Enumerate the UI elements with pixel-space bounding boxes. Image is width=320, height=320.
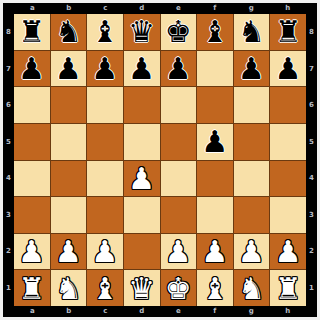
square-f7[interactable]: [197, 51, 233, 87]
square-f1[interactable]: ♝: [197, 270, 233, 306]
square-h6[interactable]: [270, 87, 306, 123]
rank-label-8: 8: [3, 14, 14, 51]
white-king-e1[interactable]: ♚: [165, 271, 192, 306]
square-d3[interactable]: [124, 197, 160, 233]
white-knight-b1[interactable]: ♞: [55, 271, 82, 306]
black-king-e8[interactable]: ♚: [165, 14, 192, 49]
file-label-e: e: [160, 3, 197, 14]
square-d7[interactable]: ♟: [124, 51, 160, 87]
square-f3[interactable]: [197, 197, 233, 233]
file-label-b: b: [51, 3, 88, 14]
white-pawn-e2[interactable]: ♟: [165, 234, 192, 269]
square-g5[interactable]: [234, 124, 270, 160]
white-bishop-f1[interactable]: ♝: [201, 271, 228, 306]
black-pawn-b7[interactable]: ♟: [55, 51, 82, 86]
square-f6[interactable]: [197, 87, 233, 123]
square-e4[interactable]: [161, 161, 197, 197]
rank-label-3: 3: [306, 197, 317, 234]
square-e8[interactable]: ♚: [161, 14, 197, 50]
page: abcdefgh abcdefgh 87654321 87654321 ♜♞♝♛…: [0, 0, 320, 320]
white-rook-a1[interactable]: ♜: [18, 271, 45, 306]
square-c4[interactable]: [87, 161, 123, 197]
square-g6[interactable]: [234, 87, 270, 123]
square-a2[interactable]: ♟: [14, 234, 50, 270]
rank-label-1: 1: [306, 270, 317, 307]
file-label-g: g: [233, 3, 270, 14]
square-d8[interactable]: ♛: [124, 14, 160, 50]
square-d4[interactable]: ♟: [124, 161, 160, 197]
square-b6[interactable]: [51, 87, 87, 123]
file-label-a: a: [14, 306, 51, 317]
file-labels-top: abcdefgh: [14, 3, 306, 14]
rank-label-8: 8: [306, 14, 317, 51]
black-pawn-a7[interactable]: ♟: [18, 51, 45, 86]
black-knight-g8[interactable]: ♞: [238, 14, 265, 49]
rank-label-5: 5: [306, 124, 317, 161]
square-b8[interactable]: ♞: [51, 14, 87, 50]
file-label-b: b: [51, 306, 88, 317]
square-h3[interactable]: [270, 197, 306, 233]
file-label-h: h: [270, 306, 307, 317]
file-label-f: f: [197, 306, 234, 317]
square-g2[interactable]: ♟: [234, 234, 270, 270]
square-f2[interactable]: ♟: [197, 234, 233, 270]
square-e7[interactable]: ♟: [161, 51, 197, 87]
square-h2[interactable]: ♟: [270, 234, 306, 270]
square-h4[interactable]: [270, 161, 306, 197]
white-pawn-h2[interactable]: ♟: [275, 234, 302, 269]
rank-label-7: 7: [3, 51, 14, 88]
square-d1[interactable]: ♛: [124, 270, 160, 306]
file-label-d: d: [124, 306, 161, 317]
square-e2[interactable]: ♟: [161, 234, 197, 270]
white-queen-d1[interactable]: ♛: [128, 271, 155, 306]
black-pawn-c7[interactable]: ♟: [92, 51, 119, 86]
file-label-d: d: [124, 3, 161, 14]
rank-label-6: 6: [306, 87, 317, 124]
rank-label-4: 4: [306, 160, 317, 197]
square-a8[interactable]: ♜: [14, 14, 50, 50]
square-g1[interactable]: ♞: [234, 270, 270, 306]
square-b2[interactable]: ♟: [51, 234, 87, 270]
black-pawn-g7[interactable]: ♟: [238, 51, 265, 86]
square-c5[interactable]: [87, 124, 123, 160]
chessboard-frame: abcdefgh abcdefgh 87654321 87654321 ♜♞♝♛…: [3, 3, 317, 317]
rank-label-2: 2: [306, 233, 317, 270]
file-label-f: f: [197, 3, 234, 14]
square-a1[interactable]: ♜: [14, 270, 50, 306]
square-a7[interactable]: ♟: [14, 51, 50, 87]
rank-label-6: 6: [3, 87, 14, 124]
square-a6[interactable]: [14, 87, 50, 123]
square-d6[interactable]: [124, 87, 160, 123]
file-labels-bottom: abcdefgh: [14, 306, 306, 317]
rank-label-5: 5: [3, 124, 14, 161]
square-c1[interactable]: ♝: [87, 270, 123, 306]
white-pawn-a2[interactable]: ♟: [18, 234, 45, 269]
square-c2[interactable]: ♟: [87, 234, 123, 270]
square-f5[interactable]: ♟: [197, 124, 233, 160]
rank-labels-right: 87654321: [306, 14, 317, 306]
rank-label-3: 3: [3, 197, 14, 234]
black-pawn-e7[interactable]: ♟: [165, 51, 192, 86]
file-label-e: e: [160, 306, 197, 317]
square-f4[interactable]: [197, 161, 233, 197]
rank-label-1: 1: [3, 270, 14, 307]
square-h1[interactable]: ♜: [270, 270, 306, 306]
square-c8[interactable]: ♝: [87, 14, 123, 50]
rank-labels-left: 87654321: [3, 14, 14, 306]
black-rook-a8[interactable]: ♜: [18, 14, 45, 49]
square-b4[interactable]: [51, 161, 87, 197]
square-d5[interactable]: [124, 124, 160, 160]
white-pawn-d4[interactable]: ♟: [128, 161, 155, 196]
square-a5[interactable]: [14, 124, 50, 160]
white-pawn-f2[interactable]: ♟: [201, 234, 228, 269]
file-label-h: h: [270, 3, 307, 14]
white-knight-g1[interactable]: ♞: [238, 271, 265, 306]
black-pawn-d7[interactable]: ♟: [128, 51, 155, 86]
black-bishop-f8[interactable]: ♝: [201, 14, 228, 49]
square-h5[interactable]: [270, 124, 306, 160]
square-g7[interactable]: ♟: [234, 51, 270, 87]
square-b7[interactable]: ♟: [51, 51, 87, 87]
square-f8[interactable]: ♝: [197, 14, 233, 50]
file-label-c: c: [87, 306, 124, 317]
square-h7[interactable]: ♟: [270, 51, 306, 87]
black-pawn-f5[interactable]: ♟: [201, 124, 228, 159]
square-a4[interactable]: [14, 161, 50, 197]
white-bishop-c1[interactable]: ♝: [92, 271, 119, 306]
black-bishop-c8[interactable]: ♝: [92, 14, 119, 49]
square-c3[interactable]: [87, 197, 123, 233]
square-a3[interactable]: [14, 197, 50, 233]
rank-label-7: 7: [306, 51, 317, 88]
square-e5[interactable]: [161, 124, 197, 160]
square-d2[interactable]: [124, 234, 160, 270]
square-g8[interactable]: ♞: [234, 14, 270, 50]
board: ♜♞♝♛♚♝♞♜♟♟♟♟♟♟♟♟♟♟♟♟♟♟♟♟♜♞♝♛♚♝♞♜: [14, 14, 306, 306]
file-label-c: c: [87, 3, 124, 14]
square-g3[interactable]: [234, 197, 270, 233]
file-label-a: a: [14, 3, 51, 14]
square-b5[interactable]: [51, 124, 87, 160]
square-e6[interactable]: [161, 87, 197, 123]
square-b3[interactable]: [51, 197, 87, 233]
square-e3[interactable]: [161, 197, 197, 233]
square-e1[interactable]: ♚: [161, 270, 197, 306]
white-pawn-b2[interactable]: ♟: [55, 234, 82, 269]
square-c7[interactable]: ♟: [87, 51, 123, 87]
black-knight-b8[interactable]: ♞: [55, 14, 82, 49]
white-pawn-g2[interactable]: ♟: [238, 234, 265, 269]
rank-label-4: 4: [3, 160, 14, 197]
square-g4[interactable]: [234, 161, 270, 197]
rank-label-2: 2: [3, 233, 14, 270]
square-h8[interactable]: ♜: [270, 14, 306, 50]
white-rook-h1[interactable]: ♜: [275, 271, 302, 306]
file-label-g: g: [233, 306, 270, 317]
square-c6[interactable]: [87, 87, 123, 123]
black-rook-h8[interactable]: ♜: [275, 14, 302, 49]
square-b1[interactable]: ♞: [51, 270, 87, 306]
black-queen-d8[interactable]: ♛: [128, 14, 155, 49]
white-pawn-c2[interactable]: ♟: [92, 234, 119, 269]
black-pawn-h7[interactable]: ♟: [275, 51, 302, 86]
